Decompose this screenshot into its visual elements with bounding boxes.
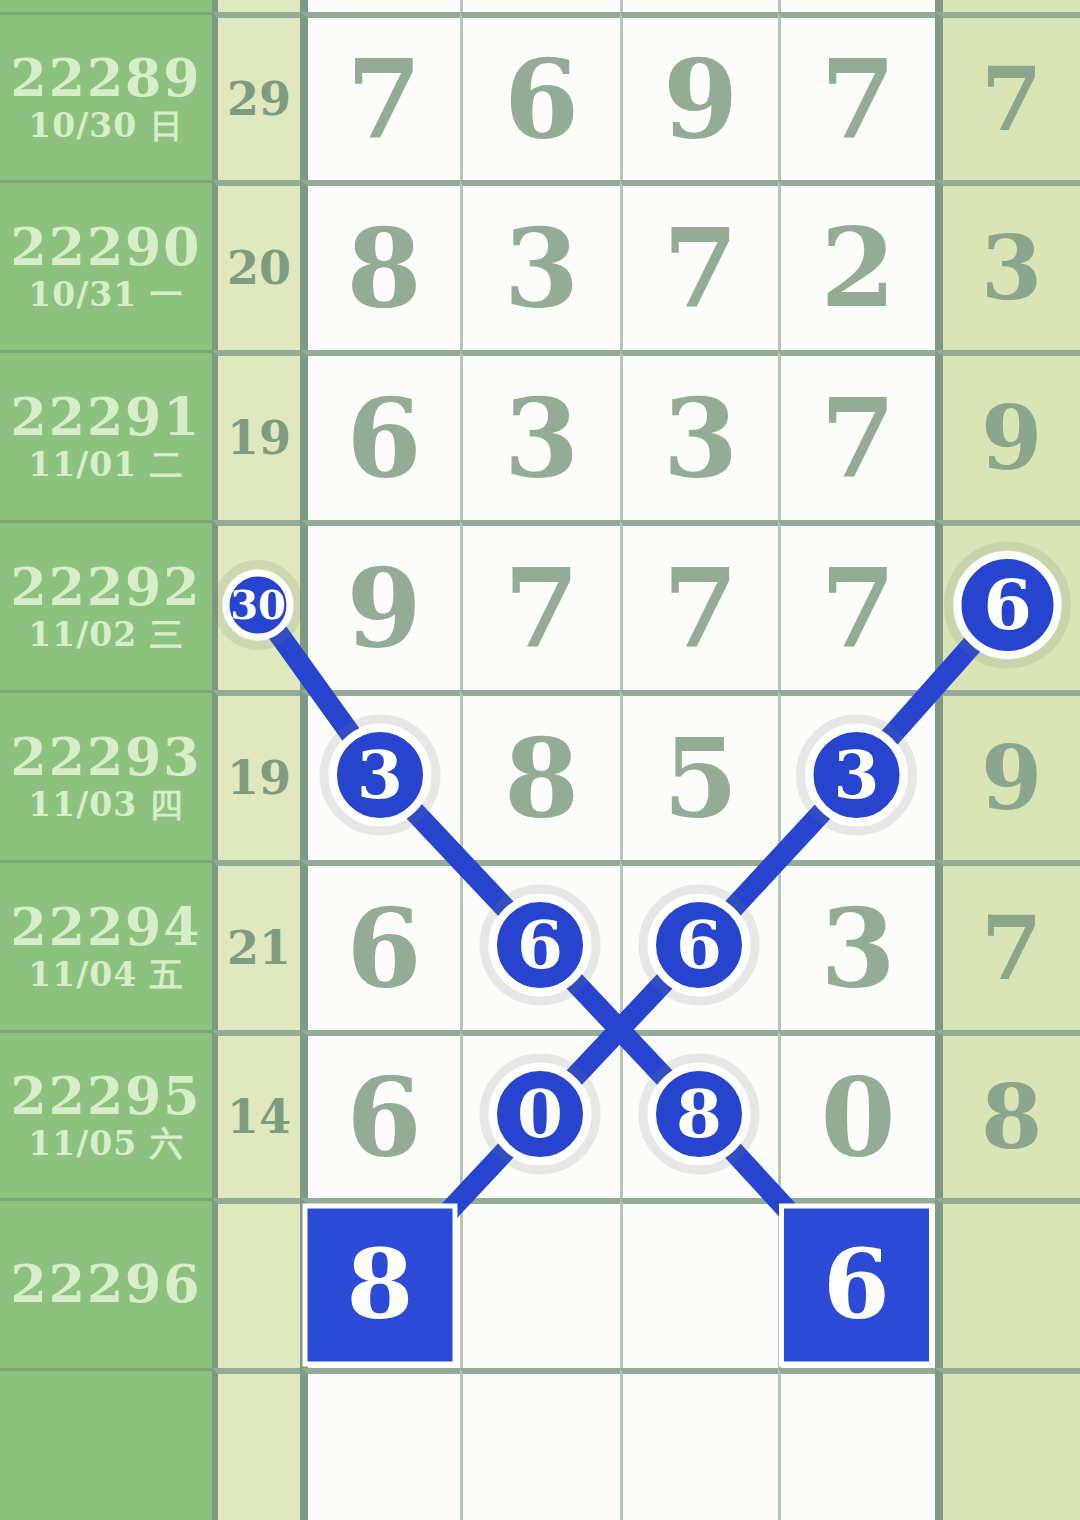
draw-cell: 2229010/31 一 [0,180,212,350]
digit-cell: 8 [460,690,620,860]
digit-cell: 3 [620,350,778,520]
draw-number: 22290 [11,220,202,275]
sum-cell: 29 [212,12,300,180]
digit-cell [620,1198,778,1368]
digit-cell: 2 [778,180,935,350]
digit-cell: 6 [300,1030,460,1198]
digit-value: 8 [504,724,579,832]
digit-cell [778,1198,935,1368]
digit-value: 6 [346,1063,421,1171]
digit-cell [460,1030,620,1198]
extra-digit-value: 7 [981,55,1042,143]
digit-cell [620,1368,778,1520]
sum-cell [212,520,300,690]
table-cell-sliver [300,0,460,12]
extra-digit-cell: 9 [935,350,1080,520]
draw-number: 22292 [11,560,202,615]
sum-value: 21 [227,921,291,975]
digit-cell [300,1198,460,1368]
digit-cell: 3 [460,180,620,350]
digit-cell: 7 [778,12,935,180]
digit-cell [460,1368,620,1520]
digit-value: 6 [504,45,579,153]
table-cell-sliver [0,0,212,12]
digit-cell: 3 [460,350,620,520]
extra-digit-value: 3 [981,224,1042,312]
digit-value: 5 [663,724,738,832]
digit-cell: 6 [300,350,460,520]
digit-cell: 6 [300,860,460,1030]
sum-value: 20 [227,241,291,295]
draw-cell: 2229111/01 二 [0,350,212,520]
sum-value: 19 [227,751,291,805]
sum-value: 29 [227,72,291,126]
digit-cell [620,860,778,1030]
draw-date: 11/05 六 [28,1127,183,1162]
trend-chart-board: 2228910/30 日29769772229010/31 一208372322… [0,0,1080,1520]
digit-value: 3 [504,384,579,492]
draw-cell: 2229511/05 六 [0,1030,212,1198]
digit-cell [300,1368,460,1520]
table-cell-sliver [212,0,300,12]
digit-value: 7 [504,554,579,662]
extra-digit-cell: 8 [935,1030,1080,1198]
table-cell-sliver [778,0,935,12]
extra-digit-value: 9 [981,394,1042,482]
digit-cell: 7 [620,520,778,690]
extra-digit-cell [935,1198,1080,1368]
sum-value: 14 [227,1090,291,1144]
sum-cell: 21 [212,860,300,1030]
digit-cell [460,860,620,1030]
extra-digit-cell: 7 [935,860,1080,1030]
digit-cell [620,1030,778,1198]
digit-value: 7 [346,45,421,153]
sum-cell [212,1368,300,1520]
digit-cell: 7 [778,350,935,520]
digit-cell: 7 [778,520,935,690]
digit-cell: 6 [460,12,620,180]
digit-cell: 5 [620,690,778,860]
digit-cell: 7 [300,12,460,180]
extra-digit-cell [935,520,1080,690]
draw-cell: 2229411/04 五 [0,860,212,1030]
draw-number: 22293 [11,730,202,785]
digit-cell [778,690,935,860]
digit-value: 6 [346,894,421,1002]
draw-date: 10/30 日 [28,109,183,144]
draw-cell: 22296 [0,1198,212,1368]
digit-value: 3 [663,384,738,492]
digit-value: 3 [820,894,895,1002]
digit-cell: 7 [460,520,620,690]
sum-cell: 19 [212,350,300,520]
digit-cell: 9 [300,520,460,690]
extra-digit-value: 9 [981,734,1042,822]
digit-cell: 3 [778,860,935,1030]
sum-cell: 20 [212,180,300,350]
draw-number: 22295 [11,1069,202,1124]
table-cell-sliver [620,0,778,12]
extra-digit-cell [935,1368,1080,1520]
digit-cell [300,690,460,860]
draw-date: 11/04 五 [28,958,183,993]
draw-cell: 2228910/30 日 [0,12,212,180]
extra-digit-cell: 9 [935,690,1080,860]
digit-cell: 9 [620,12,778,180]
sum-cell [212,1198,300,1368]
draw-date: 11/03 四 [28,788,183,823]
draw-cell [0,1368,212,1520]
digit-value: 7 [820,45,895,153]
sum-cell: 19 [212,690,300,860]
draw-number: 22291 [11,390,202,445]
draw-number: 22294 [11,900,202,955]
draw-cell: 2229211/02 三 [0,520,212,690]
digit-value: 9 [663,45,738,153]
digit-value: 9 [346,554,421,662]
draw-date: 11/02 三 [28,618,183,653]
sum-value: 19 [227,411,291,465]
extra-digit-cell: 3 [935,180,1080,350]
sum-cell: 14 [212,1030,300,1198]
extra-digit-value: 8 [981,1073,1042,1161]
draw-number: 22289 [11,51,202,106]
digit-cell: 7 [620,180,778,350]
digit-value: 7 [820,384,895,492]
digit-value: 7 [663,214,738,322]
digit-value: 2 [820,214,895,322]
extra-digit-value: 7 [981,904,1042,992]
table-cell-sliver [460,0,620,12]
digit-value: 7 [820,554,895,662]
digit-value: 7 [663,554,738,662]
digit-cell: 8 [300,180,460,350]
digit-value: 8 [346,214,421,322]
digit-value: 0 [820,1063,895,1171]
draw-cell: 2229311/03 四 [0,690,212,860]
digit-cell [460,1198,620,1368]
extra-digit-cell: 7 [935,12,1080,180]
draw-date: 11/01 二 [28,448,183,483]
table-cell-sliver [935,0,1080,12]
draw-number: 22296 [11,1257,202,1312]
digit-cell [778,1368,935,1520]
digit-value: 3 [504,214,579,322]
digit-cell: 0 [778,1030,935,1198]
draw-date: 10/31 一 [28,278,183,313]
digit-value: 6 [346,384,421,492]
